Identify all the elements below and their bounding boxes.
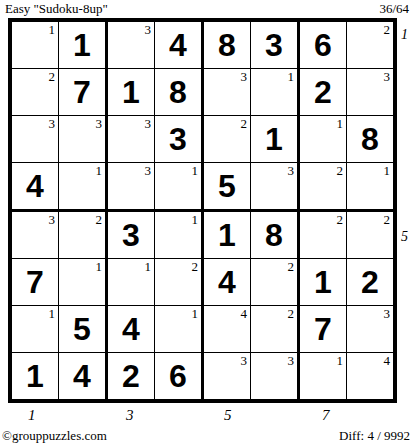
sudoku-cell-r8c4[interactable]: 6 xyxy=(155,353,204,399)
pencil-mark: 1 xyxy=(49,22,56,37)
cell-value: 4 xyxy=(108,306,154,352)
progress-counter: 36/64 xyxy=(379,1,409,17)
sudoku-cell-r7c8[interactable]: 3 xyxy=(347,306,393,353)
sudoku-cell-r5c5[interactable]: 1 xyxy=(204,212,251,259)
column-label-1: 1 xyxy=(28,407,36,424)
cell-value: 4 xyxy=(155,22,201,68)
cell-value: 3 xyxy=(108,212,154,258)
sudoku-cell-r2c3[interactable]: 1 xyxy=(108,69,155,116)
sudoku-cell-r8c7[interactable]: 1 xyxy=(300,353,347,399)
pencil-mark: 3 xyxy=(145,22,152,37)
sudoku-cell-r7c1[interactable]: 1 xyxy=(12,306,59,353)
pencil-mark: 2 xyxy=(384,212,391,227)
cell-value: 6 xyxy=(155,353,201,399)
column-label-5: 5 xyxy=(224,407,232,424)
pencil-mark: 2 xyxy=(96,212,103,227)
sudoku-cell-r5c2[interactable]: 2 xyxy=(59,212,108,259)
puzzle-page: Easy "Sudoku-8up" 36/64 1134836227183123… xyxy=(0,0,412,447)
sudoku-cell-r6c7[interactable]: 1 xyxy=(300,259,347,306)
sudoku-cell-r3c1[interactable]: 3 xyxy=(12,116,59,163)
pencil-mark: 2 xyxy=(288,306,295,321)
sudoku-cell-r4c7[interactable]: 2 xyxy=(300,163,347,212)
pencil-mark: 3 xyxy=(145,163,152,178)
sudoku-cell-r8c5[interactable]: 3 xyxy=(204,353,251,399)
sudoku-cell-r6c6[interactable]: 2 xyxy=(251,259,300,306)
pencil-mark: 3 xyxy=(49,212,56,227)
copyright-text: ©grouppuzzles.com xyxy=(2,428,107,444)
cell-value: 8 xyxy=(155,69,201,115)
sudoku-cell-r2c8[interactable]: 3 xyxy=(347,69,393,116)
cell-value: 3 xyxy=(251,22,297,68)
sudoku-cell-r1c2[interactable]: 1 xyxy=(59,22,108,69)
pencil-mark: 3 xyxy=(384,306,391,321)
sudoku-cell-r4c8[interactable]: 1 xyxy=(347,163,393,212)
cell-value: 1 xyxy=(59,22,105,68)
sudoku-cell-r3c5[interactable]: 2 xyxy=(204,116,251,163)
cell-value: 5 xyxy=(59,306,105,352)
sudoku-cell-r4c4[interactable]: 1 xyxy=(155,163,204,212)
cell-value: 2 xyxy=(347,259,393,305)
cell-value: 4 xyxy=(12,163,58,209)
pencil-mark: 1 xyxy=(337,116,344,131)
sudoku-cell-r1c4[interactable]: 4 xyxy=(155,22,204,69)
pencil-mark: 1 xyxy=(192,212,199,227)
cell-value: 8 xyxy=(347,116,393,162)
pencil-mark: 2 xyxy=(337,212,344,227)
sudoku-cell-r3c4[interactable]: 3 xyxy=(155,116,204,163)
cell-value: 1 xyxy=(300,259,346,305)
difficulty-text: Diff: 4 / 9992 xyxy=(339,428,410,444)
sudoku-cell-r6c4[interactable]: 2 xyxy=(155,259,204,306)
cell-value: 6 xyxy=(300,22,346,68)
sudoku-cell-r8c1[interactable]: 1 xyxy=(12,353,59,399)
sudoku-cell-r4c1[interactable]: 4 xyxy=(12,163,59,212)
cell-value: 5 xyxy=(204,163,250,209)
sudoku-cell-r6c8[interactable]: 2 xyxy=(347,259,393,306)
sudoku-cell-r4c3[interactable]: 3 xyxy=(108,163,155,212)
cell-value: 7 xyxy=(12,259,58,305)
pencil-mark: 3 xyxy=(384,69,391,84)
cell-value: 7 xyxy=(300,306,346,352)
pencil-mark: 2 xyxy=(241,116,248,131)
sudoku-cell-r3c7[interactable]: 1 xyxy=(300,116,347,163)
pencil-mark: 1 xyxy=(337,353,344,368)
sudoku-cell-r2c7[interactable]: 2 xyxy=(300,69,347,116)
cell-value: 8 xyxy=(251,212,297,258)
sudoku-cell-r8c2[interactable]: 4 xyxy=(59,353,108,399)
cell-value: 7 xyxy=(59,69,105,115)
sudoku-cell-r8c8[interactable]: 4 xyxy=(347,353,393,399)
sudoku-cell-r4c2[interactable]: 1 xyxy=(59,163,108,212)
sudoku-cell-r1c1[interactable]: 1 xyxy=(12,22,59,69)
cell-value: 2 xyxy=(300,69,346,115)
pencil-mark: 1 xyxy=(96,163,103,178)
sudoku-cell-r3c6[interactable]: 1 xyxy=(251,116,300,163)
pencil-mark: 3 xyxy=(96,116,103,131)
sudoku-cell-r8c6[interactable]: 3 xyxy=(251,353,300,399)
pencil-mark: 2 xyxy=(288,259,295,274)
pencil-mark: 4 xyxy=(384,353,391,368)
sudoku-cell-r3c8[interactable]: 8 xyxy=(347,116,393,163)
sudoku-cell-r8c3[interactable]: 2 xyxy=(108,353,155,399)
pencil-mark: 3 xyxy=(49,116,56,131)
sudoku-cell-r1c7[interactable]: 6 xyxy=(300,22,347,69)
sudoku-cell-r4c6[interactable]: 3 xyxy=(251,163,300,212)
sudoku-cell-r1c6[interactable]: 3 xyxy=(251,22,300,69)
sudoku-cell-r7c2[interactable]: 5 xyxy=(59,306,108,353)
sudoku-cell-r3c2[interactable]: 3 xyxy=(59,116,108,163)
pencil-mark: 4 xyxy=(241,306,248,321)
pencil-mark: 1 xyxy=(192,163,199,178)
sudoku-cell-r4c5[interactable]: 5 xyxy=(204,163,251,212)
cell-value: 1 xyxy=(108,69,154,115)
puzzle-title: Easy "Sudoku-8up" xyxy=(5,1,108,17)
pencil-mark: 3 xyxy=(288,353,295,368)
pencil-mark: 1 xyxy=(49,306,56,321)
cell-value: 3 xyxy=(155,116,201,162)
sudoku-cell-r1c5[interactable]: 8 xyxy=(204,22,251,69)
pencil-mark: 3 xyxy=(145,116,152,131)
sudoku-cell-r6c2[interactable]: 1 xyxy=(59,259,108,306)
row-label-5: 5 xyxy=(401,229,408,245)
sudoku-cell-r1c8[interactable]: 2 xyxy=(347,22,393,69)
sudoku-cell-r5c6[interactable]: 8 xyxy=(251,212,300,259)
sudoku-cell-r5c4[interactable]: 1 xyxy=(155,212,204,259)
sudoku-cell-r5c8[interactable]: 2 xyxy=(347,212,393,259)
pencil-mark: 1 xyxy=(145,259,152,274)
sudoku-cell-r6c1[interactable]: 7 xyxy=(12,259,59,306)
sudoku-cell-r5c3[interactable]: 3 xyxy=(108,212,155,259)
sudoku-cell-r2c5[interactable]: 3 xyxy=(204,69,251,116)
sudoku-cell-r2c6[interactable]: 1 xyxy=(251,69,300,116)
sudoku-board: 1134836227183123333321184131532132311822… xyxy=(8,18,397,403)
cell-value: 1 xyxy=(251,116,297,162)
cell-value: 4 xyxy=(59,353,105,399)
sudoku-cell-r2c4[interactable]: 8 xyxy=(155,69,204,116)
sudoku-cell-r3c3[interactable]: 3 xyxy=(108,116,155,163)
pencil-mark: 3 xyxy=(288,163,295,178)
pencil-mark: 1 xyxy=(192,306,199,321)
sudoku-cell-r6c5[interactable]: 4 xyxy=(204,259,251,306)
pencil-mark: 2 xyxy=(49,69,56,84)
cell-value: 1 xyxy=(204,212,250,258)
cell-value: 4 xyxy=(204,259,250,305)
sudoku-cell-r7c3[interactable]: 4 xyxy=(108,306,155,353)
pencil-mark: 1 xyxy=(288,69,295,84)
sudoku-cell-r1c3[interactable]: 3 xyxy=(108,22,155,69)
cell-value: 1 xyxy=(12,353,58,399)
sudoku-cell-r7c5[interactable]: 4 xyxy=(204,306,251,353)
column-label-3: 3 xyxy=(126,407,134,424)
sudoku-cell-r6c3[interactable]: 1 xyxy=(108,259,155,306)
cell-value: 2 xyxy=(108,353,154,399)
pencil-mark: 1 xyxy=(96,259,103,274)
pencil-mark: 2 xyxy=(337,163,344,178)
pencil-mark: 2 xyxy=(192,259,199,274)
pencil-mark: 1 xyxy=(384,163,391,178)
row-label-1: 1 xyxy=(401,27,408,43)
pencil-mark: 3 xyxy=(241,69,248,84)
sudoku-cell-r7c6[interactable]: 2 xyxy=(251,306,300,353)
sudoku-cell-r5c1[interactable]: 3 xyxy=(12,212,59,259)
cell-value: 8 xyxy=(204,22,250,68)
pencil-mark: 3 xyxy=(241,353,248,368)
column-label-7: 7 xyxy=(322,407,330,424)
sudoku-cell-r2c2[interactable]: 7 xyxy=(59,69,108,116)
sudoku-cell-r2c1[interactable]: 2 xyxy=(12,69,59,116)
pencil-mark: 2 xyxy=(384,22,391,37)
sudoku-cell-r7c4[interactable]: 1 xyxy=(155,306,204,353)
sudoku-cell-r7c7[interactable]: 7 xyxy=(300,306,347,353)
sudoku-cell-r5c7[interactable]: 2 xyxy=(300,212,347,259)
